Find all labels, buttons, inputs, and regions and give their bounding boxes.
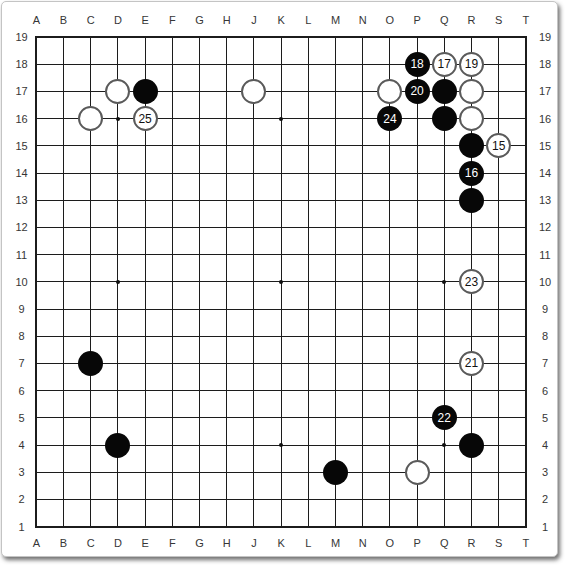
column-label-bottom: R (468, 537, 476, 548)
move-number-label: 17 (438, 57, 451, 71)
column-label-top: O (386, 15, 395, 26)
column-label-bottom: K (277, 537, 284, 548)
row-label-right: 12 (539, 222, 551, 233)
grid-line-vertical (335, 37, 336, 527)
row-label-right: 13 (539, 195, 551, 206)
move-number-label: 23 (465, 275, 478, 289)
stone-black-r4[interactable] (459, 433, 484, 458)
row-label-left: 17 (15, 86, 27, 97)
column-label-top: P (413, 15, 420, 26)
row-label-right: 15 (539, 140, 551, 151)
column-label-bottom: O (386, 537, 395, 548)
column-label-bottom: D (114, 537, 122, 548)
row-label-right: 19 (539, 32, 551, 43)
stone-black-r14-move-16[interactable]: 16 (459, 161, 484, 186)
move-number-label: 22 (438, 411, 451, 425)
row-label-right: 4 (542, 440, 548, 451)
column-label-bottom: C (87, 537, 95, 548)
move-number-label: 25 (138, 112, 151, 126)
row-label-right: 6 (542, 385, 548, 396)
column-label-bottom: S (495, 537, 502, 548)
row-label-left: 2 (18, 494, 24, 505)
move-number-label: 20 (410, 84, 423, 98)
stone-white-p3[interactable] (405, 460, 430, 485)
column-label-top: A (33, 15, 40, 26)
column-label-top: S (495, 15, 502, 26)
column-label-top: Q (440, 15, 449, 26)
column-label-bottom: H (223, 537, 231, 548)
row-label-left: 1 (18, 521, 24, 532)
column-label-top: N (359, 15, 367, 26)
row-label-right: 17 (539, 86, 551, 97)
stone-black-c7[interactable] (78, 351, 103, 376)
row-label-right: 14 (539, 168, 551, 179)
star-point (116, 280, 120, 284)
grid-line-horizontal (36, 499, 526, 500)
row-label-right: 11 (539, 249, 550, 260)
stone-black-e17[interactable] (133, 79, 158, 104)
star-point (116, 117, 120, 121)
grid-line-vertical (417, 37, 418, 527)
move-number-label: 18 (410, 57, 423, 71)
row-label-left: 7 (18, 358, 24, 369)
stone-black-r13[interactable] (459, 188, 484, 213)
row-label-left: 4 (18, 440, 24, 451)
grid-line-horizontal (36, 336, 526, 337)
column-label-top: K (277, 15, 284, 26)
column-label-top: L (305, 15, 311, 26)
column-label-bottom: E (141, 537, 148, 548)
grid-line-vertical (308, 37, 309, 527)
column-label-bottom: J (251, 537, 257, 548)
move-number-label: 19 (465, 57, 478, 71)
row-label-right: 18 (539, 59, 551, 70)
grid-line-horizontal (36, 472, 526, 473)
stone-black-d4[interactable] (105, 433, 130, 458)
row-label-left: 19 (15, 32, 27, 43)
grid-line-horizontal (36, 309, 526, 310)
row-label-right: 9 (542, 304, 548, 315)
stone-black-q5-move-22[interactable]: 22 (432, 405, 457, 430)
row-label-left: 16 (15, 113, 27, 124)
column-label-bottom: M (331, 537, 340, 548)
grid-line-horizontal (36, 363, 526, 364)
column-label-bottom: L (305, 537, 311, 548)
row-label-right: 16 (539, 113, 551, 124)
column-label-bottom: A (33, 537, 40, 548)
column-label-top: R (468, 15, 476, 26)
stone-white-r17[interactable] (459, 79, 484, 104)
row-label-left: 6 (18, 385, 24, 396)
column-label-top: J (251, 15, 257, 26)
column-label-bottom: G (195, 537, 204, 548)
go-board[interactable]: AABBCCDDEEFFGGHHJJKKLLMMNNOOPPQQRRSSTT19… (2, 2, 557, 556)
stone-black-p18-move-18[interactable]: 18 (405, 52, 430, 77)
column-label-bottom: N (359, 537, 367, 548)
column-label-top: H (223, 15, 231, 26)
stone-black-q16[interactable] (432, 106, 457, 131)
column-label-top: T (523, 15, 530, 26)
row-label-right: 5 (542, 412, 548, 423)
row-label-left: 12 (15, 222, 27, 233)
column-label-top: E (141, 15, 148, 26)
stone-white-e16-move-25[interactable]: 25 (133, 106, 158, 131)
column-label-top: B (60, 15, 67, 26)
diagram-canvas: AABBCCDDEEFFGGHHJJKKLLMMNNOOPPQQRRSSTT19… (0, 0, 566, 566)
grid-line-horizontal (36, 390, 526, 391)
row-label-left: 13 (15, 195, 27, 206)
stone-white-r18-move-19[interactable]: 19 (459, 52, 484, 77)
column-label-top: F (169, 15, 176, 26)
row-label-left: 10 (15, 276, 27, 287)
column-label-top: M (331, 15, 340, 26)
grid-line-vertical (362, 37, 363, 527)
stone-white-r7-move-21[interactable]: 21 (459, 351, 484, 376)
stone-white-q18-move-17[interactable]: 17 (432, 52, 457, 77)
row-label-left: 9 (18, 304, 24, 315)
row-label-right: 8 (542, 331, 548, 342)
row-label-right: 7 (542, 358, 548, 369)
row-label-left: 5 (18, 412, 24, 423)
image-frame: AABBCCDDEEFFGGHHJJKKLLMMNNOOPPQQRRSSTT19… (1, 1, 558, 557)
stone-black-q17[interactable] (432, 79, 457, 104)
star-point (279, 117, 283, 121)
move-number-label: 15 (492, 139, 505, 153)
column-label-top: D (114, 15, 122, 26)
column-label-bottom: F (169, 537, 176, 548)
row-label-left: 18 (15, 59, 27, 70)
stone-white-r16[interactable] (459, 106, 484, 131)
stone-black-m3[interactable] (323, 460, 348, 485)
column-label-bottom: B (60, 537, 67, 548)
move-number-label: 24 (383, 112, 396, 126)
row-label-right: 3 (542, 467, 548, 478)
row-label-right: 10 (539, 276, 551, 287)
row-label-left: 8 (18, 331, 24, 342)
row-label-left: 15 (15, 140, 27, 151)
star-point (279, 280, 283, 284)
column-label-top: G (195, 15, 204, 26)
move-number-label: 21 (465, 356, 478, 370)
row-label-left: 3 (18, 467, 24, 478)
column-label-bottom: P (413, 537, 420, 548)
column-label-bottom: Q (440, 537, 449, 548)
row-label-right: 1 (542, 521, 548, 532)
row-label-left: 14 (15, 168, 27, 179)
row-label-right: 2 (542, 494, 548, 505)
stone-black-p17-move-20[interactable]: 20 (405, 79, 430, 104)
row-label-left: 11 (16, 249, 27, 260)
column-label-top: C (87, 15, 95, 26)
column-label-bottom: T (523, 537, 530, 548)
grid-line-vertical (498, 37, 499, 527)
move-number-label: 16 (465, 166, 478, 180)
